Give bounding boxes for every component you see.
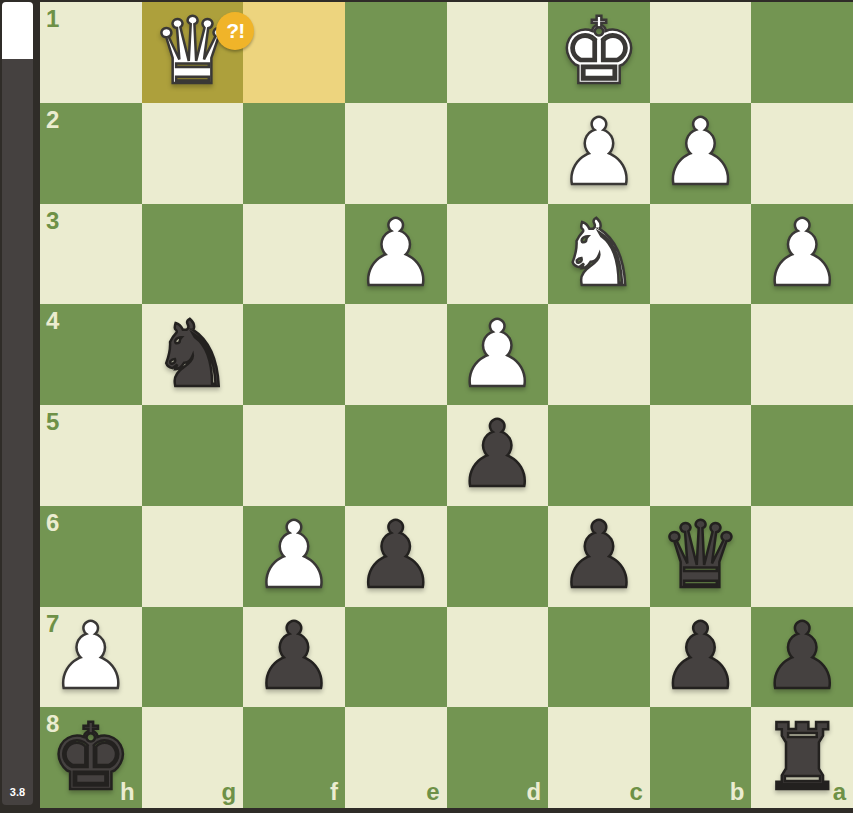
square-c1[interactable]: ♚ xyxy=(548,2,650,103)
square-b8[interactable]: b xyxy=(650,707,752,808)
square-a2[interactable] xyxy=(751,103,853,204)
square-f8[interactable]: f xyxy=(243,707,345,808)
square-e8[interactable]: e xyxy=(345,707,447,808)
square-f5[interactable] xyxy=(243,405,345,506)
white-pawn[interactable]: ♟ xyxy=(751,204,853,305)
square-c5[interactable] xyxy=(548,405,650,506)
square-d3[interactable] xyxy=(447,204,549,305)
square-h3[interactable]: 3 xyxy=(40,204,142,305)
square-e6[interactable]: ♟ xyxy=(345,506,447,607)
square-d6[interactable] xyxy=(447,506,549,607)
rank-label-3: 3 xyxy=(46,209,59,233)
square-g6[interactable] xyxy=(142,506,244,607)
black-king[interactable]: ♚ xyxy=(40,707,142,808)
rank-label-5: 5 xyxy=(46,410,59,434)
square-f6[interactable]: ♟ xyxy=(243,506,345,607)
rank-label-6: 6 xyxy=(46,511,59,535)
square-f7[interactable]: ♟ xyxy=(243,607,345,708)
square-h7[interactable]: 7♟ xyxy=(40,607,142,708)
white-pawn[interactable]: ♟ xyxy=(650,103,752,204)
square-b3[interactable] xyxy=(650,204,752,305)
square-c4[interactable] xyxy=(548,304,650,405)
white-pawn[interactable]: ♟ xyxy=(548,103,650,204)
square-d2[interactable] xyxy=(447,103,549,204)
square-f2[interactable] xyxy=(243,103,345,204)
rank-label-2: 2 xyxy=(46,108,59,132)
square-b2[interactable]: ♟ xyxy=(650,103,752,204)
rank-label-1: 1 xyxy=(46,7,59,31)
square-c3[interactable]: ♞ xyxy=(548,204,650,305)
evaluation-bar: 3.8 xyxy=(2,2,33,805)
square-g3[interactable] xyxy=(142,204,244,305)
black-knight[interactable]: ♞ xyxy=(142,304,244,405)
evaluation-score: 3.8 xyxy=(2,786,33,798)
evaluation-bar-white-section xyxy=(2,2,33,59)
black-pawn[interactable]: ♟ xyxy=(345,506,447,607)
square-b1[interactable] xyxy=(650,2,752,103)
square-c2[interactable]: ♟ xyxy=(548,103,650,204)
file-label-f: f xyxy=(330,780,338,804)
square-g5[interactable] xyxy=(142,405,244,506)
square-e4[interactable] xyxy=(345,304,447,405)
square-d1[interactable] xyxy=(447,2,549,103)
white-pawn[interactable]: ♟ xyxy=(243,506,345,607)
file-label-c: c xyxy=(629,780,642,804)
square-b6[interactable]: ♛ xyxy=(650,506,752,607)
black-pawn[interactable]: ♟ xyxy=(447,405,549,506)
square-a8[interactable]: a♜ xyxy=(751,707,853,808)
square-h8[interactable]: 8h♚ xyxy=(40,707,142,808)
chess-board: 1♛?!♚2♟♟3♟♞♟4♞♟5♟6♟♟♟♛7♟♟♟♟8h♚gfedcba♜ xyxy=(40,2,853,808)
square-a4[interactable] xyxy=(751,304,853,405)
square-h6[interactable]: 6 xyxy=(40,506,142,607)
square-d5[interactable]: ♟ xyxy=(447,405,549,506)
file-label-b: b xyxy=(730,780,745,804)
square-c8[interactable]: c xyxy=(548,707,650,808)
square-g4[interactable]: ♞ xyxy=(142,304,244,405)
black-pawn[interactable]: ♟ xyxy=(243,607,345,708)
white-pawn[interactable]: ♟ xyxy=(40,607,142,708)
square-d4[interactable]: ♟ xyxy=(447,304,549,405)
square-d7[interactable] xyxy=(447,607,549,708)
square-a7[interactable]: ♟ xyxy=(751,607,853,708)
square-g2[interactable] xyxy=(142,103,244,204)
black-rook[interactable]: ♜ xyxy=(751,707,853,808)
file-label-g: g xyxy=(222,780,237,804)
square-f4[interactable] xyxy=(243,304,345,405)
square-b5[interactable] xyxy=(650,405,752,506)
black-pawn[interactable]: ♟ xyxy=(650,607,752,708)
square-g8[interactable]: g xyxy=(142,707,244,808)
square-g7[interactable] xyxy=(142,607,244,708)
black-queen[interactable]: ♛ xyxy=(650,506,752,607)
square-e1[interactable] xyxy=(345,2,447,103)
square-c7[interactable] xyxy=(548,607,650,708)
square-e5[interactable] xyxy=(345,405,447,506)
white-pawn[interactable]: ♟ xyxy=(447,304,549,405)
square-d8[interactable]: d xyxy=(447,707,549,808)
black-pawn[interactable]: ♟ xyxy=(751,607,853,708)
square-b4[interactable] xyxy=(650,304,752,405)
square-h4[interactable]: 4 xyxy=(40,304,142,405)
rank-label-4: 4 xyxy=(46,309,59,333)
black-pawn[interactable]: ♟ xyxy=(548,506,650,607)
square-e7[interactable] xyxy=(345,607,447,708)
square-h2[interactable]: 2 xyxy=(40,103,142,204)
square-a6[interactable] xyxy=(751,506,853,607)
white-pawn[interactable]: ♟ xyxy=(345,204,447,305)
white-king[interactable]: ♚ xyxy=(548,2,650,103)
square-h5[interactable]: 5 xyxy=(40,405,142,506)
square-e3[interactable]: ♟ xyxy=(345,204,447,305)
square-c6[interactable]: ♟ xyxy=(548,506,650,607)
square-a3[interactable]: ♟ xyxy=(751,204,853,305)
file-label-e: e xyxy=(426,780,439,804)
square-g1[interactable]: ♛?! xyxy=(142,2,244,103)
white-knight[interactable]: ♞ xyxy=(548,204,650,305)
square-b7[interactable]: ♟ xyxy=(650,607,752,708)
square-e2[interactable] xyxy=(345,103,447,204)
square-f3[interactable] xyxy=(243,204,345,305)
square-a5[interactable] xyxy=(751,405,853,506)
square-f1[interactable] xyxy=(243,2,345,103)
square-a1[interactable] xyxy=(751,2,853,103)
file-label-d: d xyxy=(526,780,541,804)
inaccuracy-badge: ?! xyxy=(216,12,254,50)
square-h1[interactable]: 1 xyxy=(40,2,142,103)
